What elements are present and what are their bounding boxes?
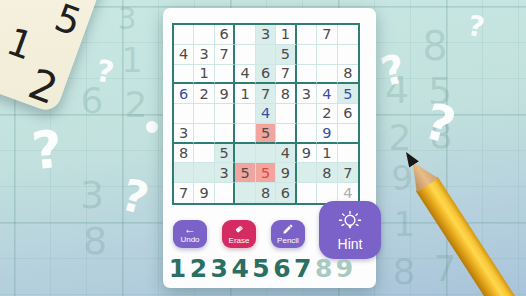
cell-r5c2[interactable] bbox=[194, 104, 214, 124]
numpad-1[interactable]: 1 bbox=[167, 251, 188, 285]
numpad-4[interactable]: 4 bbox=[230, 251, 251, 285]
number-pad: 123456789 bbox=[167, 251, 355, 285]
cell-r1c9[interactable] bbox=[338, 25, 358, 45]
game-board-card: 6317437514678629178345426359854913559877… bbox=[163, 8, 376, 288]
faint-number-3-4: 3 bbox=[80, 173, 104, 217]
cell-r6c2[interactable] bbox=[194, 124, 214, 144]
cell-r3c8[interactable] bbox=[317, 65, 337, 85]
cell-r4c7[interactable]: 3 bbox=[297, 84, 317, 104]
cell-r4c5[interactable]: 7 bbox=[256, 84, 276, 104]
cell-r5c6[interactable] bbox=[276, 104, 296, 124]
cell-r6c9[interactable] bbox=[338, 124, 358, 144]
cell-r8c8[interactable]: 8 bbox=[317, 163, 337, 183]
pencil-label: Pencil bbox=[277, 236, 299, 245]
sudoku-grid: 6317437514678629178345426359854913559877… bbox=[172, 23, 360, 205]
hint-label: Hint bbox=[338, 236, 363, 252]
cell-r4c1[interactable]: 6 bbox=[174, 84, 194, 104]
cell-r3c4[interactable]: 4 bbox=[235, 65, 255, 85]
cell-r1c5[interactable]: 3 bbox=[256, 25, 276, 45]
cell-r7c3[interactable]: 5 bbox=[215, 144, 235, 164]
cell-r9c1[interactable]: 7 bbox=[174, 183, 194, 203]
arrow-left-icon: ← bbox=[184, 224, 196, 234]
cell-r1c1[interactable] bbox=[174, 25, 194, 45]
cell-r5c4[interactable] bbox=[235, 104, 255, 124]
cell-r8c6[interactable]: 9 bbox=[276, 163, 296, 183]
cell-r6c5[interactable]: 5 bbox=[256, 124, 276, 144]
faint-number-3-0: 3 bbox=[117, 1, 136, 36]
cell-r6c6[interactable] bbox=[276, 124, 296, 144]
cell-r8c5[interactable]: 5 bbox=[256, 163, 276, 183]
cell-r5c1[interactable] bbox=[174, 104, 194, 124]
cell-r2c5[interactable] bbox=[256, 45, 276, 65]
cell-r7c2[interactable] bbox=[194, 144, 214, 164]
cell-r8c9[interactable]: 7 bbox=[338, 163, 358, 183]
numpad-9[interactable]: 9 bbox=[334, 251, 355, 285]
cell-r3c1[interactable] bbox=[174, 65, 194, 85]
cell-r3c5[interactable]: 6 bbox=[256, 65, 276, 85]
numpad-7[interactable]: 7 bbox=[292, 251, 313, 285]
cell-r4c6[interactable]: 8 bbox=[276, 84, 296, 104]
faint-number-8-13: 8 bbox=[393, 251, 416, 292]
cell-r2c7[interactable] bbox=[297, 45, 317, 65]
cell-r7c6[interactable]: 4 bbox=[276, 144, 296, 164]
cell-r1c2[interactable] bbox=[194, 25, 214, 45]
cell-r3c7[interactable] bbox=[297, 65, 317, 85]
cell-r7c7[interactable]: 9 bbox=[297, 144, 317, 164]
eraser-icon bbox=[232, 223, 246, 235]
cell-r3c6[interactable]: 7 bbox=[276, 65, 296, 85]
cell-r9c5[interactable]: 8 bbox=[256, 183, 276, 203]
cell-r9c7[interactable] bbox=[297, 183, 317, 203]
cell-r6c7[interactable] bbox=[297, 124, 317, 144]
cell-r2c3[interactable]: 7 bbox=[215, 45, 235, 65]
cell-r8c7[interactable] bbox=[297, 163, 317, 183]
cell-r9c2[interactable]: 9 bbox=[194, 183, 214, 203]
cell-r9c4[interactable] bbox=[235, 183, 255, 203]
cell-r7c5[interactable] bbox=[256, 144, 276, 164]
numpad-6[interactable]: 6 bbox=[271, 251, 292, 285]
cell-r2c6[interactable]: 5 bbox=[276, 45, 296, 65]
cell-r7c9[interactable] bbox=[338, 144, 358, 164]
cell-r5c3[interactable] bbox=[215, 104, 235, 124]
pencil-icon bbox=[282, 223, 294, 235]
cell-r1c7[interactable] bbox=[297, 25, 317, 45]
cell-r2c2[interactable]: 3 bbox=[194, 45, 214, 65]
cell-r9c3[interactable] bbox=[215, 183, 235, 203]
cell-r4c8[interactable]: 4 bbox=[317, 84, 337, 104]
cell-r3c2[interactable]: 1 bbox=[194, 65, 214, 85]
cell-r6c4[interactable] bbox=[235, 124, 255, 144]
cell-r5c5[interactable]: 4 bbox=[256, 104, 276, 124]
numpad-3[interactable]: 3 bbox=[209, 251, 230, 285]
cell-r8c3[interactable]: 3 bbox=[215, 163, 235, 183]
cell-r5c9[interactable]: 6 bbox=[338, 104, 358, 124]
cell-r1c8[interactable]: 7 bbox=[317, 25, 337, 45]
pencil-button[interactable]: Pencil bbox=[271, 220, 305, 248]
cell-r4c9[interactable]: 5 bbox=[338, 84, 358, 104]
cell-r2c1[interactable]: 4 bbox=[174, 45, 194, 65]
question-mark-1: ? bbox=[29, 123, 64, 178]
cell-r5c7[interactable] bbox=[297, 104, 317, 124]
cell-r7c4[interactable] bbox=[235, 144, 255, 164]
cell-r3c9[interactable]: 8 bbox=[338, 65, 358, 85]
cell-r6c3[interactable] bbox=[215, 124, 235, 144]
cell-r8c1[interactable] bbox=[174, 163, 194, 183]
cell-r2c8[interactable] bbox=[317, 45, 337, 65]
cell-r9c6[interactable]: 6 bbox=[276, 183, 296, 203]
numpad-5[interactable]: 5 bbox=[251, 251, 272, 285]
cell-r5c8[interactable]: 2 bbox=[317, 104, 337, 124]
cell-r4c2[interactable]: 2 bbox=[194, 84, 214, 104]
cell-r7c1[interactable]: 8 bbox=[174, 144, 194, 164]
faint-number-1-1: 1 bbox=[121, 40, 143, 80]
cell-r6c1[interactable]: 3 bbox=[174, 124, 194, 144]
cell-r2c9[interactable] bbox=[338, 45, 358, 65]
cell-r4c3[interactable]: 9 bbox=[215, 84, 235, 104]
cell-r7c8[interactable]: 1 bbox=[317, 144, 337, 164]
numpad-8[interactable]: 8 bbox=[313, 251, 334, 285]
faint-number-7-14: 7 bbox=[434, 248, 457, 289]
faint-number-1-12: 1 bbox=[393, 204, 415, 244]
faint-number-2-3: 2 bbox=[125, 84, 148, 125]
faint-number-8-5: 8 bbox=[83, 219, 107, 263]
cell-r2c4[interactable] bbox=[235, 45, 255, 65]
cell-r8c2[interactable] bbox=[194, 163, 214, 183]
faint-number-8-6: 8 bbox=[422, 23, 447, 69]
cell-r6c8[interactable]: 9 bbox=[317, 124, 337, 144]
cell-r1c6[interactable]: 1 bbox=[276, 25, 296, 45]
cell-r8c4[interactable]: 5 bbox=[235, 163, 255, 183]
cell-r4c4[interactable]: 1 bbox=[235, 84, 255, 104]
erase-label: Erase bbox=[229, 236, 250, 245]
numpad-2[interactable]: 2 bbox=[188, 251, 209, 285]
cell-r1c4[interactable] bbox=[235, 25, 255, 45]
cell-r3c3[interactable] bbox=[215, 65, 235, 85]
undo-button[interactable]: ← Undo bbox=[173, 220, 207, 248]
undo-label: Undo bbox=[180, 235, 199, 244]
question-mark-dot bbox=[146, 121, 158, 133]
app-background: 316238845289187 512 ?????? 6317437514678… bbox=[0, 0, 526, 296]
lightbulb-icon bbox=[336, 209, 364, 237]
cell-r1c3[interactable]: 6 bbox=[215, 25, 235, 45]
erase-button[interactable]: Erase bbox=[222, 220, 256, 248]
